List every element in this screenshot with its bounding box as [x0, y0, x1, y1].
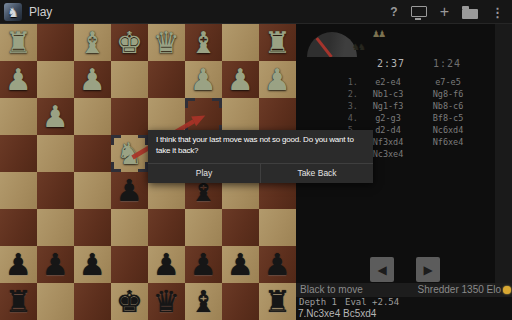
square-g3[interactable]: ♟	[37, 98, 74, 135]
square-c1[interactable]: ♝	[185, 24, 222, 61]
move-black[interactable]: Nf6xe4	[423, 136, 473, 148]
app-screen: ♞ Play ? + ⋮ ♜♝♚♛♝♜♟♟♟♟♟♟♞♞♟♝♟♟♟♟♟♟♟♜♚♛♝…	[0, 0, 512, 320]
square-g2[interactable]	[37, 61, 74, 98]
square-g5[interactable]	[37, 172, 74, 209]
square-d2[interactable]	[148, 61, 185, 98]
flip-board-icon[interactable]	[411, 6, 427, 17]
piece-bP-b7[interactable]: ♟	[222, 246, 259, 283]
square-d8[interactable]: ♛	[148, 283, 185, 320]
piece-wP-c2[interactable]: ♟	[185, 61, 222, 98]
move-row: 1.e2-e4e7-e5	[296, 76, 495, 88]
square-e5[interactable]: ♟	[111, 172, 148, 209]
square-h4[interactable]	[0, 135, 37, 172]
white-clock: 2:37	[366, 58, 416, 69]
square-f1[interactable]: ♝	[74, 24, 111, 61]
square-e7[interactable]	[111, 246, 148, 283]
square-e8[interactable]: ♚	[111, 283, 148, 320]
piece-wB-c1[interactable]: ♝	[185, 24, 222, 61]
square-f8[interactable]	[74, 283, 111, 320]
piece-wQ-d1[interactable]: ♛	[148, 24, 185, 61]
engine-label: Shredder 1350 Elo	[418, 283, 501, 297]
square-f7[interactable]: ♟	[74, 246, 111, 283]
status-bar: Black to move Shredder 1350 Elo	[296, 283, 512, 297]
square-a8[interactable]: ♜	[259, 283, 296, 320]
square-c7[interactable]: ♟	[185, 246, 222, 283]
piece-bB-c8[interactable]: ♝	[185, 283, 222, 320]
square-g4[interactable]	[37, 135, 74, 172]
square-d1[interactable]: ♛	[148, 24, 185, 61]
eval-gauge	[307, 32, 357, 57]
piece-wK-e1[interactable]: ♚	[111, 24, 148, 61]
move-black[interactable]: Ng8-f6	[423, 88, 473, 100]
piece-bR-a8[interactable]: ♜	[259, 283, 296, 320]
turn-indicator: Black to move	[300, 283, 363, 297]
piece-bP-a7[interactable]: ♟	[259, 246, 296, 283]
piece-wP-b2[interactable]: ♟	[222, 61, 259, 98]
panel-scroll-strip[interactable]	[495, 24, 512, 283]
square-f2[interactable]: ♟	[74, 61, 111, 98]
square-e1[interactable]: ♚	[111, 24, 148, 61]
engine-depth: Depth 1	[299, 297, 337, 308]
square-d7[interactable]: ♟	[148, 246, 185, 283]
dialog-message: I think that your last move was not so g…	[148, 130, 373, 163]
square-d6[interactable]	[148, 209, 185, 246]
previous-move-button[interactable]: ◀	[370, 257, 394, 282]
square-c2[interactable]: ♟	[185, 61, 222, 98]
action-bar: ♞ Play ? + ⋮	[0, 0, 512, 24]
elo-strength-dot[interactable]	[503, 286, 511, 294]
piece-bP-h7[interactable]: ♟	[0, 246, 37, 283]
piece-wP-g3[interactable]: ♟	[37, 98, 74, 135]
move-white[interactable]: g2-g3	[363, 112, 413, 124]
piece-bP-g7[interactable]: ♟	[37, 246, 74, 283]
square-b8[interactable]	[222, 283, 259, 320]
move-number: 4.	[326, 112, 358, 124]
engine-output: Depth 1 Eval +2.54 7.Nc3xe4 Bc5xd4	[296, 297, 512, 320]
move-white[interactable]: Ng1-f3	[363, 100, 413, 112]
piece-bP-d7[interactable]: ♟	[148, 246, 185, 283]
square-h7[interactable]: ♟	[0, 246, 37, 283]
move-number: 2.	[326, 88, 358, 100]
move-black[interactable]: e7-e5	[423, 76, 473, 88]
square-a2[interactable]: ♟	[259, 61, 296, 98]
move-row: 3.Ng1-f3Nb8-c6	[296, 100, 495, 112]
square-a1[interactable]: ♜	[259, 24, 296, 61]
action-bar-icons: ? + ⋮	[390, 0, 504, 24]
piece-wB-f1[interactable]: ♝	[74, 24, 111, 61]
square-f6[interactable]	[74, 209, 111, 246]
square-g1[interactable]	[37, 24, 74, 61]
square-f3[interactable]	[74, 98, 111, 135]
square-h5[interactable]	[0, 172, 37, 209]
square-b7[interactable]: ♟	[222, 246, 259, 283]
next-move-button[interactable]: ▶	[416, 257, 440, 282]
dialog-buttons: Play Take Back	[148, 163, 373, 183]
move-black[interactable]: Bf8-c5	[423, 112, 473, 124]
engine-eval: Eval +2.54	[345, 297, 399, 308]
square-c6[interactable]	[185, 209, 222, 246]
square-g6[interactable]	[37, 209, 74, 246]
help-icon[interactable]: ?	[390, 5, 397, 19]
square-e3[interactable]	[111, 98, 148, 135]
engine-line: 7.Nc3xe4 Bc5xd4	[298, 308, 376, 320]
square-g8[interactable]	[37, 283, 74, 320]
move-black[interactable]: Nb8-c6	[423, 100, 473, 112]
move-number: 3.	[326, 100, 358, 112]
square-h2[interactable]: ♟	[0, 61, 37, 98]
piece-wR-h1[interactable]: ♜	[0, 24, 37, 61]
takeback-dialog: I think that your last move was not so g…	[148, 130, 373, 183]
square-h8[interactable]: ♜	[0, 283, 37, 320]
piece-wP-f2[interactable]: ♟	[74, 61, 111, 98]
move-row: 2.Nb1-c3Ng8-f6	[296, 88, 495, 100]
captured-pieces-black-knights: ♞♞	[352, 42, 364, 52]
move-white[interactable]: Nb1-c3	[363, 88, 413, 100]
move-row: 4.g2-g3Bf8-c5	[296, 112, 495, 124]
open-folder-icon[interactable]	[462, 9, 478, 19]
app-icon[interactable]: ♞	[4, 3, 22, 21]
page-title: Play	[29, 0, 52, 24]
piece-wR-a1[interactable]: ♜	[259, 24, 296, 61]
piece-bQ-d8[interactable]: ♛	[148, 283, 185, 320]
move-number: 1.	[326, 76, 358, 88]
piece-bP-f7[interactable]: ♟	[74, 246, 111, 283]
piece-wN-e4[interactable]: ♞	[111, 135, 148, 172]
take-back-button[interactable]: Take Back	[261, 164, 373, 183]
square-c8[interactable]: ♝	[185, 283, 222, 320]
piece-bP-e5[interactable]: ♟	[111, 172, 148, 209]
move-black[interactable]: Nc6xd4	[423, 124, 473, 136]
square-f4[interactable]	[74, 135, 111, 172]
square-a7[interactable]: ♟	[259, 246, 296, 283]
square-e2[interactable]	[111, 61, 148, 98]
new-game-icon[interactable]: +	[440, 4, 449, 20]
square-e6[interactable]	[111, 209, 148, 246]
play-button[interactable]: Play	[148, 164, 261, 183]
square-h3[interactable]	[0, 98, 37, 135]
square-h6[interactable]	[0, 209, 37, 246]
piece-bP-c7[interactable]: ♟	[185, 246, 222, 283]
square-g7[interactable]: ♟	[37, 246, 74, 283]
piece-wP-h2[interactable]: ♟	[0, 61, 37, 98]
square-a6[interactable]	[259, 209, 296, 246]
eval-gauge-needle	[316, 37, 333, 57]
move-white[interactable]: e2-e4	[363, 76, 413, 88]
piece-bR-h8[interactable]: ♜	[0, 283, 37, 320]
square-b2[interactable]: ♟	[222, 61, 259, 98]
square-b1[interactable]	[222, 24, 259, 61]
overflow-menu-icon[interactable]: ⋮	[491, 5, 504, 20]
square-e4[interactable]: ♞	[111, 135, 148, 172]
square-h1[interactable]: ♜	[0, 24, 37, 61]
square-f5[interactable]	[74, 172, 111, 209]
black-clock: 1:24	[422, 58, 472, 69]
piece-wP-a2[interactable]: ♟	[259, 61, 296, 98]
square-b6[interactable]	[222, 209, 259, 246]
piece-bK-e8[interactable]: ♚	[111, 283, 148, 320]
captured-pieces-white-pawns: ♟♟	[372, 29, 384, 39]
